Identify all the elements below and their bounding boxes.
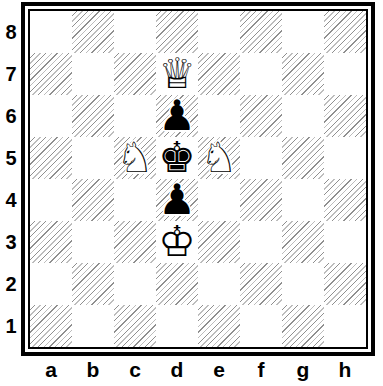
square-f4[interactable] <box>240 179 282 221</box>
chess-board: ♛♕♟♟♞♘♚♚♞♘♟♟♚♔ <box>30 11 366 347</box>
square-d6[interactable]: ♟♟ <box>156 95 198 137</box>
black-pawn-glyph: ♟ <box>158 179 196 221</box>
square-h7[interactable] <box>324 53 366 95</box>
square-h2[interactable] <box>324 263 366 305</box>
rank-label-5: 5 <box>1 137 21 179</box>
square-h8[interactable] <box>324 11 366 53</box>
square-d7[interactable]: ♛♕ <box>156 53 198 95</box>
square-e3[interactable] <box>198 221 240 263</box>
rank-label-3: 3 <box>1 221 21 263</box>
square-g5[interactable] <box>282 137 324 179</box>
piece-black-pawn: ♟♟ <box>156 179 198 221</box>
file-label-e: e <box>198 357 240 383</box>
file-label-c: c <box>114 357 156 383</box>
square-d8[interactable] <box>156 11 198 53</box>
square-b6[interactable] <box>72 95 114 137</box>
square-f6[interactable] <box>240 95 282 137</box>
piece-black-king: ♚♚ <box>156 137 198 179</box>
piece-white-knight: ♞♘ <box>198 137 240 179</box>
piece-white-king: ♚♔ <box>156 221 198 263</box>
square-g8[interactable] <box>282 11 324 53</box>
rank-label-4: 4 <box>1 179 21 221</box>
square-a4[interactable] <box>30 179 72 221</box>
rank-label-6: 6 <box>1 95 21 137</box>
square-e5[interactable]: ♞♘ <box>198 137 240 179</box>
rank-labels: 87654321 <box>1 2 21 347</box>
square-c6[interactable] <box>114 95 156 137</box>
square-f1[interactable] <box>240 305 282 347</box>
square-b5[interactable] <box>72 137 114 179</box>
square-h3[interactable] <box>324 221 366 263</box>
square-d3[interactable]: ♚♔ <box>156 221 198 263</box>
square-a6[interactable] <box>30 95 72 137</box>
white-knight-glyph: ♘ <box>116 137 154 179</box>
board-inner-border: ♛♕♟♟♞♘♚♚♞♘♟♟♚♔ <box>28 9 368 349</box>
white-king-glyph: ♔ <box>158 221 196 263</box>
white-knight-glyph: ♘ <box>200 137 238 179</box>
square-h6[interactable] <box>324 95 366 137</box>
square-f2[interactable] <box>240 263 282 305</box>
square-d1[interactable] <box>156 305 198 347</box>
rank-label-1: 1 <box>1 305 21 347</box>
square-a1[interactable] <box>30 305 72 347</box>
square-b4[interactable] <box>72 179 114 221</box>
square-a2[interactable] <box>30 263 72 305</box>
square-e6[interactable] <box>198 95 240 137</box>
square-a5[interactable] <box>30 137 72 179</box>
square-b7[interactable] <box>72 53 114 95</box>
square-f8[interactable] <box>240 11 282 53</box>
black-pawn-glyph: ♟ <box>158 95 196 137</box>
square-c8[interactable] <box>114 11 156 53</box>
square-e7[interactable] <box>198 53 240 95</box>
square-c5[interactable]: ♞♘ <box>114 137 156 179</box>
square-h5[interactable] <box>324 137 366 179</box>
square-d4[interactable]: ♟♟ <box>156 179 198 221</box>
square-d5[interactable]: ♚♚ <box>156 137 198 179</box>
black-king-glyph: ♚ <box>158 137 196 179</box>
square-h1[interactable] <box>324 305 366 347</box>
square-f7[interactable] <box>240 53 282 95</box>
square-e4[interactable] <box>198 179 240 221</box>
square-a3[interactable] <box>30 221 72 263</box>
piece-white-queen: ♛♕ <box>156 53 198 95</box>
square-a7[interactable] <box>30 53 72 95</box>
file-label-a: a <box>30 357 72 383</box>
square-g3[interactable] <box>282 221 324 263</box>
rank-label-7: 7 <box>1 53 21 95</box>
square-e1[interactable] <box>198 305 240 347</box>
square-f3[interactable] <box>240 221 282 263</box>
square-b1[interactable] <box>72 305 114 347</box>
board-frame: ♛♕♟♟♞♘♚♚♞♘♟♟♚♔ <box>21 2 375 356</box>
square-e2[interactable] <box>198 263 240 305</box>
rank-label-8: 8 <box>1 11 21 53</box>
file-labels: abcdefgh <box>30 357 383 383</box>
square-g6[interactable] <box>282 95 324 137</box>
square-b2[interactable] <box>72 263 114 305</box>
piece-black-pawn: ♟♟ <box>156 95 198 137</box>
square-c7[interactable] <box>114 53 156 95</box>
file-label-d: d <box>156 357 198 383</box>
square-g7[interactable] <box>282 53 324 95</box>
square-c4[interactable] <box>114 179 156 221</box>
square-f5[interactable] <box>240 137 282 179</box>
square-d2[interactable] <box>156 263 198 305</box>
file-label-g: g <box>282 357 324 383</box>
white-queen-glyph: ♕ <box>158 53 196 95</box>
chess-diagram: 87654321 ♛♕♟♟♞♘♚♚♞♘♟♟♚♔ abcdefgh <box>0 0 383 383</box>
square-b3[interactable] <box>72 221 114 263</box>
square-g4[interactable] <box>282 179 324 221</box>
board-with-rank-labels: 87654321 ♛♕♟♟♞♘♚♚♞♘♟♟♚♔ <box>1 2 383 356</box>
file-label-h: h <box>324 357 366 383</box>
square-e8[interactable] <box>198 11 240 53</box>
square-c1[interactable] <box>114 305 156 347</box>
square-b8[interactable] <box>72 11 114 53</box>
square-g1[interactable] <box>282 305 324 347</box>
square-c2[interactable] <box>114 263 156 305</box>
square-g2[interactable] <box>282 263 324 305</box>
file-label-b: b <box>72 357 114 383</box>
square-a8[interactable] <box>30 11 72 53</box>
square-h4[interactable] <box>324 179 366 221</box>
square-c3[interactable] <box>114 221 156 263</box>
file-label-f: f <box>240 357 282 383</box>
rank-label-2: 2 <box>1 263 21 305</box>
piece-white-knight: ♞♘ <box>114 137 156 179</box>
